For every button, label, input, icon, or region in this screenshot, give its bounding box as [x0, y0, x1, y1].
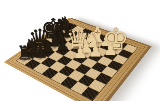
white-pawn-icon: ♟: [103, 41, 118, 57]
black-pawn-icon: ♟: [33, 44, 48, 61]
chess-set-photo: ♜♞♛♚♝♞♟♟♝♟♟♟♛♟♟♟♞♝♟♟♟♚: [0, 0, 160, 101]
black-pawn-icon: ♟: [56, 37, 70, 53]
chess-board: ♜♞♛♚♝♞♟♟♝♟♟♟♛♟♟♟♞♝♟♟♟♚: [4, 18, 149, 101]
white-pawn-icon: ♟: [73, 44, 88, 61]
board-squares: ♜♞♛♚♝♞♟♟♝♟♟♟♛♟♟♟♞♝♟♟♟♚: [16, 23, 138, 101]
white-pawn-icon: ♟: [88, 43, 103, 59]
black-rook-icon: ♜: [16, 43, 33, 62]
